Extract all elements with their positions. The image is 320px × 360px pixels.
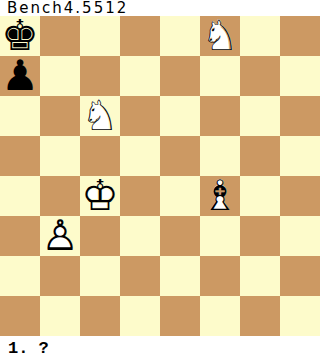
square-e2[interactable] bbox=[160, 256, 200, 296]
square-a7[interactable]: ♟ bbox=[0, 56, 40, 96]
white-knight-f8[interactable]: ♞♘ bbox=[200, 16, 240, 56]
square-h4[interactable] bbox=[280, 176, 320, 216]
square-e6[interactable] bbox=[160, 96, 200, 136]
position-title: Bench4.5512 bbox=[0, 0, 320, 16]
white-knight-c6[interactable]: ♞♘ bbox=[80, 96, 120, 136]
square-g2[interactable] bbox=[240, 256, 280, 296]
square-b2[interactable] bbox=[40, 256, 80, 296]
white-king-c4[interactable]: ♚♔ bbox=[80, 176, 120, 216]
square-c4[interactable]: ♚♔ bbox=[80, 176, 120, 216]
square-b6[interactable] bbox=[40, 96, 80, 136]
square-f2[interactable] bbox=[200, 256, 240, 296]
square-d7[interactable] bbox=[120, 56, 160, 96]
square-a5[interactable] bbox=[0, 136, 40, 176]
square-h3[interactable] bbox=[280, 216, 320, 256]
square-c3[interactable] bbox=[80, 216, 120, 256]
square-d2[interactable] bbox=[120, 256, 160, 296]
square-g7[interactable] bbox=[240, 56, 280, 96]
square-b8[interactable] bbox=[40, 16, 80, 56]
square-b3[interactable]: ♟♙ bbox=[40, 216, 80, 256]
black-king-a8[interactable]: ♚ bbox=[0, 16, 40, 56]
square-f4[interactable]: ♝♗ bbox=[200, 176, 240, 216]
square-f1[interactable] bbox=[200, 296, 240, 336]
square-e7[interactable] bbox=[160, 56, 200, 96]
square-b4[interactable] bbox=[40, 176, 80, 216]
square-h2[interactable] bbox=[280, 256, 320, 296]
square-c6[interactable]: ♞♘ bbox=[80, 96, 120, 136]
black-pawn-a7[interactable]: ♟ bbox=[0, 56, 40, 96]
square-b7[interactable] bbox=[40, 56, 80, 96]
square-a1[interactable] bbox=[0, 296, 40, 336]
square-h7[interactable] bbox=[280, 56, 320, 96]
square-g1[interactable] bbox=[240, 296, 280, 336]
square-d8[interactable] bbox=[120, 16, 160, 56]
square-d4[interactable] bbox=[120, 176, 160, 216]
square-d6[interactable] bbox=[120, 96, 160, 136]
square-g3[interactable] bbox=[240, 216, 280, 256]
square-d5[interactable] bbox=[120, 136, 160, 176]
square-f6[interactable] bbox=[200, 96, 240, 136]
square-h6[interactable] bbox=[280, 96, 320, 136]
chess-app: Bench4.5512 ♚♞♘♟♞♘♚♔♝♗♟♙ 1. ? bbox=[0, 0, 320, 360]
square-f7[interactable] bbox=[200, 56, 240, 96]
square-h1[interactable] bbox=[280, 296, 320, 336]
square-a4[interactable] bbox=[0, 176, 40, 216]
square-a2[interactable] bbox=[0, 256, 40, 296]
square-e5[interactable] bbox=[160, 136, 200, 176]
square-g5[interactable] bbox=[240, 136, 280, 176]
square-c2[interactable] bbox=[80, 256, 120, 296]
square-g8[interactable] bbox=[240, 16, 280, 56]
square-e3[interactable] bbox=[160, 216, 200, 256]
square-g4[interactable] bbox=[240, 176, 280, 216]
square-f3[interactable] bbox=[200, 216, 240, 256]
square-e4[interactable] bbox=[160, 176, 200, 216]
square-c5[interactable] bbox=[80, 136, 120, 176]
square-a6[interactable] bbox=[0, 96, 40, 136]
square-g6[interactable] bbox=[240, 96, 280, 136]
move-prompt: 1. ? bbox=[0, 336, 320, 360]
square-h5[interactable] bbox=[280, 136, 320, 176]
square-b5[interactable] bbox=[40, 136, 80, 176]
square-d1[interactable] bbox=[120, 296, 160, 336]
square-e8[interactable] bbox=[160, 16, 200, 56]
square-c8[interactable] bbox=[80, 16, 120, 56]
square-e1[interactable] bbox=[160, 296, 200, 336]
square-b1[interactable] bbox=[40, 296, 80, 336]
square-a3[interactable] bbox=[0, 216, 40, 256]
square-c1[interactable] bbox=[80, 296, 120, 336]
square-c7[interactable] bbox=[80, 56, 120, 96]
white-pawn-b3[interactable]: ♟♙ bbox=[40, 216, 80, 256]
square-f5[interactable] bbox=[200, 136, 240, 176]
square-h8[interactable] bbox=[280, 16, 320, 56]
chess-board: ♚♞♘♟♞♘♚♔♝♗♟♙ bbox=[0, 16, 320, 336]
white-bishop-f4[interactable]: ♝♗ bbox=[200, 176, 240, 216]
square-f8[interactable]: ♞♘ bbox=[200, 16, 240, 56]
square-a8[interactable]: ♚ bbox=[0, 16, 40, 56]
square-d3[interactable] bbox=[120, 216, 160, 256]
